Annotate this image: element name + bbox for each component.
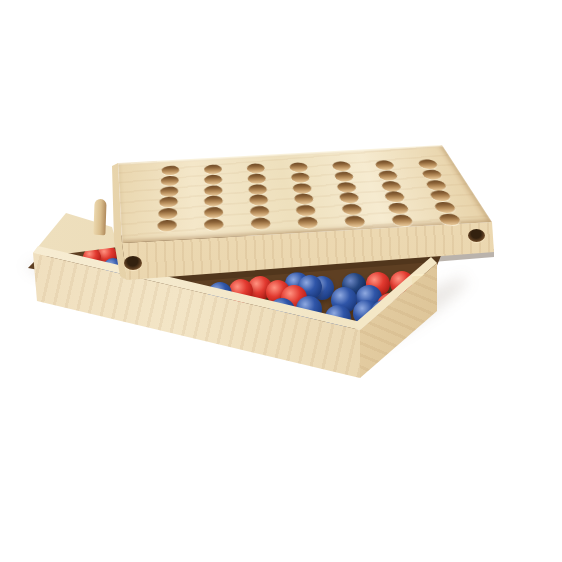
board-hole-c1-r1[interactable] (161, 166, 179, 176)
connect-four-product-photo (0, 0, 562, 562)
board-hole-c5-r6[interactable] (344, 215, 366, 227)
board-cell-c2-r6 (190, 218, 237, 231)
board-cell-c1-r6 (143, 219, 190, 232)
board-hole-c6-r3[interactable] (381, 181, 403, 192)
board-cell-c6-r6 (377, 214, 428, 227)
board-hole-c7-r3[interactable] (425, 180, 448, 191)
board-cell-c5-r6 (330, 215, 380, 228)
board-hole-c4-r3[interactable] (292, 183, 312, 194)
board-hole-c4-r4[interactable] (294, 194, 314, 205)
board-hole-grid (143, 159, 477, 232)
board-hole-c2-r6[interactable] (204, 218, 223, 230)
board-hole-c1-r3[interactable] (159, 186, 178, 197)
board-hole-c4-r5[interactable] (295, 205, 316, 216)
board-hole-c2-r4[interactable] (204, 196, 223, 207)
board-hole-c1-r6[interactable] (157, 219, 177, 231)
board-hole-c5-r3[interactable] (336, 182, 357, 193)
board-hole-c6-r6[interactable] (391, 214, 414, 226)
finger-hole-right (468, 229, 485, 242)
board-cell-c7-r6 (424, 213, 476, 226)
board-hole-c3-r4[interactable] (249, 195, 269, 206)
finger-hole-left (124, 256, 142, 270)
board-hole-c6-r4[interactable] (384, 192, 406, 203)
board-hole-c6-r1[interactable] (375, 160, 396, 170)
board-hole-c3-r5[interactable] (250, 206, 270, 217)
board-hole-c6-r2[interactable] (378, 170, 399, 180)
board-cell-c3-r6 (237, 217, 285, 230)
board-hole-c1-r2[interactable] (160, 176, 178, 186)
board-hole-c3-r2[interactable] (247, 174, 266, 184)
board-hole-c7-r2[interactable] (422, 169, 444, 179)
board-hole-c7-r4[interactable] (430, 190, 453, 201)
board-hole-c4-r2[interactable] (291, 173, 311, 183)
board-hole-c2-r2[interactable] (204, 175, 222, 185)
board-hole-c5-r4[interactable] (339, 193, 360, 204)
board-hole-c1-r5[interactable] (158, 208, 178, 219)
board-hole-c5-r5[interactable] (341, 204, 363, 215)
board-hole-c4-r1[interactable] (289, 163, 308, 173)
board-hole-c6-r5[interactable] (387, 203, 410, 214)
board-hole-c2-r5[interactable] (204, 207, 223, 218)
board-hole-c3-r6[interactable] (250, 217, 270, 229)
board-hole-c7-r5[interactable] (434, 202, 458, 213)
board-hole-c5-r2[interactable] (334, 172, 354, 182)
board-hole-c7-r6[interactable] (438, 213, 462, 225)
board-hole-c5-r1[interactable] (332, 162, 352, 172)
corner-peg-left (93, 199, 106, 235)
board-hole-c2-r1[interactable] (204, 165, 222, 175)
board-hole-c3-r3[interactable] (248, 184, 267, 195)
board-hole-c3-r1[interactable] (246, 164, 265, 174)
board-hole-c2-r3[interactable] (204, 185, 222, 196)
board-hole-c7-r1[interactable] (418, 159, 440, 169)
board-hole-c4-r6[interactable] (297, 216, 318, 228)
board-cell-c4-r6 (283, 216, 332, 229)
board-hole-c1-r4[interactable] (158, 197, 177, 208)
